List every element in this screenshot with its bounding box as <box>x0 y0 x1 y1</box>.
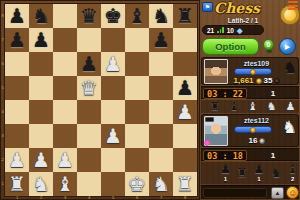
file-label: 2 <box>38 196 44 200</box>
square-c1[interactable]: ♝ <box>53 172 77 196</box>
black-knight: ♞ <box>32 6 50 26</box>
silver-coin-icon <box>259 138 265 144</box>
square-f3[interactable] <box>125 124 149 148</box>
white-pawn: ♟ <box>104 126 122 146</box>
square-a3[interactable] <box>5 124 29 148</box>
captured-piece-group: ♟1 <box>253 163 266 183</box>
square-f5[interactable] <box>125 76 149 100</box>
rating-bottom: 16 <box>249 136 258 145</box>
play-button[interactable]: ▶ <box>279 38 296 55</box>
timer-row-top: 03 : 22 1 <box>201 86 299 99</box>
flag-icon[interactable]: ⚑ <box>202 2 213 12</box>
player-name-top: ztes109 <box>228 60 285 67</box>
square-c6[interactable] <box>53 52 77 76</box>
rank-label: 6 <box>0 61 5 66</box>
captured-piece: ♟ <box>286 101 296 113</box>
square-g4[interactable] <box>149 100 173 124</box>
play-icon: ▶ <box>285 43 290 50</box>
square-e7[interactable] <box>101 28 125 52</box>
black-pawn: ♟ <box>32 30 50 50</box>
captured-count: 2 <box>291 176 294 183</box>
square-e5[interactable] <box>101 76 125 100</box>
file-label: 6 <box>134 196 140 200</box>
file-label: 7 <box>158 196 164 200</box>
white-side-knight-icon: ♞ <box>282 119 297 136</box>
square-d7[interactable] <box>77 28 101 52</box>
square-d6[interactable]: ♟ <box>77 52 101 76</box>
square-d1[interactable] <box>77 172 101 196</box>
rank-label: 4 <box>0 109 5 114</box>
file-label: 8 <box>182 196 188 200</box>
score-top: 1 <box>249 88 297 99</box>
white-knight: ♞ <box>32 174 50 194</box>
option-button[interactable]: Option <box>202 38 259 55</box>
panel-toggle-button[interactable]: ▲ <box>271 187 284 199</box>
diamond-icon: ◆ <box>237 27 242 34</box>
rank-label: 1 <box>0 181 5 186</box>
square-a4[interactable] <box>5 100 29 124</box>
avatar-badge-icon <box>205 117 214 122</box>
menu-button[interactable] <box>288 1 298 10</box>
black-rook: ♜ <box>176 6 194 26</box>
square-h8[interactable]: ♜ <box>173 4 197 28</box>
chess-app-window: ♟♞♛♚♝♞♜♟♟♟♟♟♛♟♟♟♟♟♟♜♞♝♚♞♜ 87654321123456… <box>0 0 300 200</box>
rating-top: 1,661 <box>234 76 254 85</box>
pot-counter-value: 0 <box>263 39 274 50</box>
xp-bar-top <box>234 68 272 75</box>
smiley-icon: ☺ <box>288 188 297 198</box>
captured-piece: ♞ <box>267 101 277 113</box>
black-pawn: ♟ <box>176 78 194 98</box>
square-c7[interactable] <box>53 28 77 52</box>
square-b5[interactable] <box>29 76 53 100</box>
captured-piece: ♞ <box>270 167 281 180</box>
bottom-bar: ▲ ☺ <box>201 185 299 199</box>
rank-label: 8 <box>0 13 5 18</box>
app-title: Chess <box>214 0 260 16</box>
captured-piece-group: ♟1 <box>219 163 232 183</box>
square-c3[interactable] <box>53 124 77 148</box>
square-a5[interactable] <box>5 76 29 100</box>
square-a6[interactable] <box>5 52 29 76</box>
emoji-button[interactable]: ☺ <box>286 186 299 199</box>
square-h1[interactable]: ♜ <box>173 172 197 196</box>
black-pawn: ♟ <box>8 30 26 50</box>
board-frame: ♟♞♛♚♝♞♜♟♟♟♟♟♛♟♟♟♟♟♟♜♞♝♚♞♜ 87654321123456… <box>0 0 200 200</box>
square-g7[interactable]: ♟ <box>149 28 173 52</box>
square-b6[interactable] <box>29 52 53 76</box>
white-king: ♚ <box>128 174 146 194</box>
rank-label: 5 <box>0 85 5 90</box>
captured-strip-bottom: ♟1♜♟1♞♝2 <box>201 162 299 184</box>
white-rook: ♜ <box>176 174 194 194</box>
file-label: 5 <box>110 196 116 200</box>
square-e3[interactable]: ♟ <box>101 124 125 148</box>
connection-count: 21 <box>207 27 214 34</box>
square-c2[interactable]: ♟ <box>53 148 77 172</box>
captured-piece: ♜ <box>210 101 220 113</box>
captured-piece-group: ♞ <box>269 167 282 180</box>
square-c5[interactable] <box>53 76 77 100</box>
chess-board: ♟♞♛♚♝♞♜♟♟♟♟♟♛♟♟♟♟♟♟♜♞♝♚♞♜ <box>5 4 197 196</box>
square-g5[interactable] <box>149 76 173 100</box>
square-f7[interactable] <box>125 28 149 52</box>
square-d4[interactable] <box>77 100 101 124</box>
square-e6[interactable]: ♟ <box>101 52 125 76</box>
black-pawn: ♟ <box>80 54 98 74</box>
avatar-bottom[interactable]: ◆ <box>204 116 228 146</box>
white-bishop: ♝ <box>56 174 74 194</box>
captured-piece: ♟ <box>220 163 231 176</box>
square-f4[interactable] <box>125 100 149 124</box>
square-b1[interactable]: ♞ <box>29 172 53 196</box>
black-king: ♚ <box>104 6 122 26</box>
white-rook: ♜ <box>8 174 26 194</box>
captured-piece-group: ♝2 <box>286 163 299 183</box>
pink-gem-icon: ◆ <box>204 139 210 147</box>
captured-piece: ♟ <box>254 163 265 176</box>
square-h6[interactable] <box>173 52 197 76</box>
captured-count: 1 <box>257 176 260 183</box>
sidebar: ⚑ Chess Latih-2 / 1 21 10 ◆ Option 0 ▶ z… <box>200 0 300 200</box>
rating-row-bottom: 16 <box>228 136 286 145</box>
square-e8[interactable]: ♚ <box>101 4 125 28</box>
diamond-count: 10 <box>227 27 234 34</box>
captured-piece: ♝ <box>229 101 239 113</box>
coins-top: 35 <box>264 76 273 85</box>
square-b3[interactable] <box>29 124 53 148</box>
player-name-bottom: ztes112 <box>228 117 285 124</box>
square-e2[interactable] <box>101 148 125 172</box>
square-h4[interactable]: ♟ <box>173 100 197 124</box>
dark-coin-icon <box>274 78 280 84</box>
timer-row-bottom: 03 : 18 1 <box>201 148 299 161</box>
pot-counter: 0 <box>263 39 275 54</box>
file-label: 1 <box>14 196 20 200</box>
square-c4[interactable] <box>53 100 77 124</box>
square-c8[interactable] <box>53 4 77 28</box>
player-panel-bottom: ◆ ztes112 16 ♞ <box>201 114 299 147</box>
square-h7[interactable] <box>173 28 197 52</box>
square-e4[interactable] <box>101 100 125 124</box>
captured-piece-group: ♜ <box>236 167 249 180</box>
rank-label: 2 <box>0 157 5 162</box>
square-d3[interactable] <box>77 124 101 148</box>
black-knight: ♞ <box>152 6 170 26</box>
black-queen: ♛ <box>80 6 98 26</box>
captured-piece: ♝ <box>248 101 258 113</box>
square-f8[interactable]: ♝ <box>125 4 149 28</box>
square-h2[interactable] <box>173 148 197 172</box>
white-pawn: ♟ <box>56 150 74 170</box>
square-g2[interactable] <box>149 148 173 172</box>
captured-piece: ♝ <box>287 163 298 176</box>
square-d2[interactable] <box>77 148 101 172</box>
white-pawn: ♟ <box>32 150 50 170</box>
captured-count: 1 <box>224 176 227 183</box>
score-bottom: 1 <box>249 150 297 161</box>
timer-top: 03 : 22 <box>203 88 247 99</box>
square-g6[interactable] <box>149 52 173 76</box>
square-b2[interactable]: ♟ <box>29 148 53 172</box>
pot-counter-base <box>267 50 272 53</box>
rank-label: 7 <box>0 37 5 42</box>
signal-bars-icon <box>217 27 224 33</box>
square-g8[interactable]: ♞ <box>149 4 173 28</box>
white-queen: ♛ <box>80 78 98 98</box>
white-knight: ♞ <box>152 174 170 194</box>
arrow-up-icon: ▲ <box>275 190 281 196</box>
square-f6[interactable] <box>125 52 149 76</box>
square-g1[interactable]: ♞ <box>149 172 173 196</box>
xp-coin-icon <box>250 127 256 133</box>
file-label: 3 <box>62 196 68 200</box>
black-bishop: ♝ <box>128 6 146 26</box>
square-h3[interactable] <box>173 124 197 148</box>
xp-coin-icon <box>250 69 256 75</box>
square-d8[interactable]: ♛ <box>77 4 101 28</box>
square-a2[interactable]: ♟ <box>5 148 29 172</box>
square-e1[interactable] <box>101 172 125 196</box>
square-f1[interactable]: ♚ <box>125 172 149 196</box>
square-f2[interactable] <box>125 148 149 172</box>
game-mode-label: Latih-2 / 1 <box>200 17 286 24</box>
avatar-top[interactable] <box>204 59 228 84</box>
chat-bar[interactable] <box>203 188 267 198</box>
file-label: 4 <box>86 196 92 200</box>
square-a8[interactable]: ♟ <box>5 4 29 28</box>
white-pawn: ♟ <box>104 54 122 74</box>
square-d5[interactable]: ♛ <box>77 76 101 100</box>
square-b8[interactable]: ♞ <box>29 4 53 28</box>
black-pawn: ♟ <box>152 30 170 50</box>
player-panel-top: ztes109 1,661 35 ♞ <box>201 57 299 85</box>
white-pawn: ♟ <box>8 150 26 170</box>
white-pawn: ♟ <box>176 102 194 122</box>
xp-bar-bottom <box>234 126 272 133</box>
gold-coin-icon <box>256 78 262 84</box>
captured-piece: ♜ <box>237 167 248 180</box>
black-side-knight-icon: ♞ <box>284 61 297 76</box>
status-pill: 21 10 ◆ <box>202 25 264 35</box>
square-a1[interactable]: ♜ <box>5 172 29 196</box>
square-h5[interactable]: ♟ <box>173 76 197 100</box>
square-b4[interactable] <box>29 100 53 124</box>
rating-row-top: 1,661 35 <box>228 76 286 85</box>
square-b7[interactable]: ♟ <box>29 28 53 52</box>
black-pawn: ♟ <box>8 6 26 26</box>
square-g3[interactable] <box>149 124 173 148</box>
captured-strip-top: ♜♝♝♞♟ <box>201 100 299 113</box>
timer-bottom: 03 : 18 <box>203 150 247 161</box>
square-a7[interactable]: ♟ <box>5 28 29 52</box>
rank-label: 3 <box>0 133 5 138</box>
